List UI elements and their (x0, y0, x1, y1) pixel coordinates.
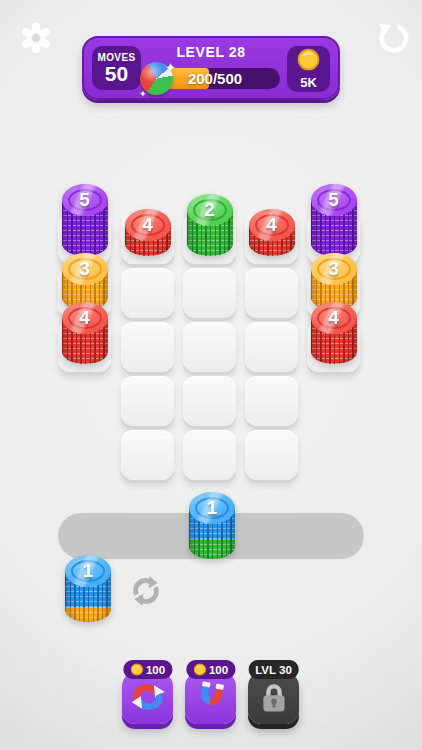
gear-icon (20, 42, 52, 57)
stack-number: 1 (65, 555, 111, 587)
restart-icon (376, 46, 412, 61)
hud-banner: MOVES 50 LEVEL 28 200/500 ✦ ✦ 5K (82, 36, 340, 100)
stack-number: 2 (187, 194, 233, 226)
stack-number: 3 (311, 253, 357, 285)
reserve-chip-stack[interactable]: 1 (65, 555, 111, 622)
stack-number: 4 (311, 302, 357, 334)
padlock-icon (254, 677, 294, 720)
powerup-magnet-button[interactable]: 100 (185, 673, 236, 724)
powerup-swap-cost-badge: 100 (123, 660, 172, 679)
chip-stack-red[interactable]: 4 (125, 209, 171, 256)
coin-icon (130, 663, 143, 676)
coin-balance[interactable]: 5K (287, 46, 330, 92)
stack-number: 5 (62, 184, 108, 216)
chip-stack-purple[interactable]: 5 (62, 184, 108, 256)
powerup-unlock-level: LVL 30 (255, 664, 292, 676)
chip-stack-red[interactable]: 4 (249, 209, 295, 256)
board-cell[interactable] (245, 322, 298, 372)
chip-stack-red[interactable]: 4 (311, 302, 357, 364)
board-cell[interactable] (121, 322, 174, 372)
powerup-swap-button[interactable]: 100 (122, 673, 173, 724)
chip-stack-purple[interactable]: 5 (311, 184, 357, 256)
stack-number: 3 (62, 253, 108, 285)
stack-number: 4 (62, 302, 108, 334)
stack-number: 4 (125, 209, 171, 241)
board-cell[interactable] (121, 430, 174, 480)
sparkle-icon: ✦ (165, 60, 176, 75)
chip-stack-red[interactable]: 4 (62, 302, 108, 364)
stack-number: 5 (311, 184, 357, 216)
moves-value: 50 (105, 63, 128, 85)
board-cell[interactable] (245, 376, 298, 426)
board-cell[interactable] (245, 430, 298, 480)
board-cell[interactable] (245, 268, 298, 318)
board-cell[interactable] (183, 376, 236, 426)
powerup-locked-button[interactable]: LVL 30 (248, 673, 299, 724)
color-ball-icon: ✦ ✦ (140, 62, 173, 95)
game-screen: MOVES 50 LEVEL 28 200/500 ✦ ✦ 5K 54 (0, 0, 422, 750)
level-progress: 200/500 ✦ ✦ (140, 62, 290, 96)
cycle-arrows-icon (128, 597, 164, 612)
powerup-magnet-cost-badge: 100 (186, 660, 235, 679)
board-cell[interactable] (121, 376, 174, 426)
settings-button[interactable] (20, 22, 52, 54)
powerup-magnet-cost: 100 (209, 664, 228, 676)
coin-icon (193, 663, 206, 676)
sparkle-icon: ✦ (139, 89, 147, 99)
chip-stack-green[interactable]: 2 (187, 194, 233, 256)
coin-icon (297, 48, 320, 74)
powerup-locked-badge: LVL 30 (248, 660, 299, 679)
reserve-cycle-button[interactable] (128, 573, 164, 609)
restart-button[interactable] (376, 22, 412, 58)
board-cell[interactable] (183, 268, 236, 318)
stack-number: 4 (249, 209, 295, 241)
swap-arrows-icon (127, 676, 169, 721)
board-cell[interactable] (121, 268, 174, 318)
board-cell[interactable] (183, 430, 236, 480)
board-cell[interactable] (183, 322, 236, 372)
stack-number: 1 (189, 492, 235, 524)
magnet-icon (190, 676, 232, 721)
coin-value: 5K (300, 75, 317, 90)
powerup-swap-cost: 100 (146, 664, 165, 676)
tray-chip-stack[interactable]: 1 (189, 492, 235, 559)
